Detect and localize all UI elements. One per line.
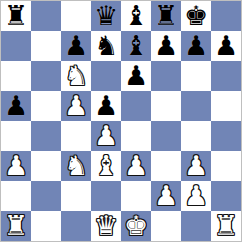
white-pawn-piece[interactable]: ♟ (154, 181, 178, 211)
square-h4[interactable] (211, 121, 241, 151)
square-c1[interactable] (61, 211, 91, 241)
square-c5[interactable]: ♟ (61, 91, 91, 121)
square-f7[interactable]: ♟ (151, 31, 181, 61)
white-pawn-piece[interactable]: ♟ (94, 121, 118, 151)
square-f6[interactable] (151, 61, 181, 91)
white-pawn-piece[interactable]: ♟ (4, 151, 28, 181)
square-c3[interactable]: ♞ (61, 151, 91, 181)
white-queen-piece[interactable]: ♛ (94, 211, 118, 241)
square-e2[interactable] (121, 181, 151, 211)
square-d5[interactable]: ♟ (91, 91, 121, 121)
square-g4[interactable] (181, 121, 211, 151)
square-d4[interactable]: ♟ (91, 121, 121, 151)
square-e3[interactable]: ♟ (121, 151, 151, 181)
square-d2[interactable] (91, 181, 121, 211)
white-pawn-piece[interactable]: ♟ (64, 91, 88, 121)
black-pawn-piece[interactable]: ♟ (64, 31, 88, 61)
square-b7[interactable] (31, 31, 61, 61)
white-rook-piece[interactable]: ♜ (214, 211, 238, 241)
square-h6[interactable] (211, 61, 241, 91)
square-a7[interactable] (1, 31, 31, 61)
square-a1[interactable]: ♜ (1, 211, 31, 241)
black-pawn-piece[interactable]: ♟ (4, 91, 28, 121)
square-d8[interactable]: ♛ (91, 1, 121, 31)
square-b4[interactable] (31, 121, 61, 151)
square-d3[interactable]: ♝ (91, 151, 121, 181)
square-g2[interactable]: ♟ (181, 181, 211, 211)
black-pawn-piece[interactable]: ♟ (124, 61, 148, 91)
square-e5[interactable] (121, 91, 151, 121)
white-rook-piece[interactable]: ♜ (4, 211, 28, 241)
square-a5[interactable]: ♟ (1, 91, 31, 121)
square-g7[interactable]: ♟ (181, 31, 211, 61)
square-b3[interactable] (31, 151, 61, 181)
square-g5[interactable] (181, 91, 211, 121)
black-knight-piece[interactable]: ♞ (94, 31, 118, 61)
square-f1[interactable] (151, 211, 181, 241)
square-e4[interactable] (121, 121, 151, 151)
white-pawn-piece[interactable]: ♟ (184, 151, 208, 181)
chess-board: ♜♛♝♜♚♟♞♝♟♟♟♞♟♟♟♟♟♟♞♝♟♟♟♟♜♛♚♜ (0, 0, 242, 242)
square-c4[interactable] (61, 121, 91, 151)
square-f3[interactable] (151, 151, 181, 181)
square-e7[interactable]: ♝ (121, 31, 151, 61)
white-bishop-piece[interactable]: ♝ (94, 151, 118, 181)
square-b5[interactable] (31, 91, 61, 121)
square-f2[interactable]: ♟ (151, 181, 181, 211)
square-e6[interactable]: ♟ (121, 61, 151, 91)
white-king-piece[interactable]: ♚ (124, 211, 148, 241)
black-king-piece[interactable]: ♚ (184, 1, 208, 31)
square-d1[interactable]: ♛ (91, 211, 121, 241)
square-c6[interactable]: ♞ (61, 61, 91, 91)
black-pawn-piece[interactable]: ♟ (154, 31, 178, 61)
square-e8[interactable]: ♝ (121, 1, 151, 31)
square-d6[interactable] (91, 61, 121, 91)
white-knight-piece[interactable]: ♞ (64, 61, 88, 91)
square-c8[interactable] (61, 1, 91, 31)
square-e1[interactable]: ♚ (121, 211, 151, 241)
square-b1[interactable] (31, 211, 61, 241)
square-d7[interactable]: ♞ (91, 31, 121, 61)
square-g6[interactable] (181, 61, 211, 91)
square-f5[interactable] (151, 91, 181, 121)
square-a3[interactable]: ♟ (1, 151, 31, 181)
square-f8[interactable]: ♜ (151, 1, 181, 31)
square-h2[interactable] (211, 181, 241, 211)
black-pawn-piece[interactable]: ♟ (214, 31, 238, 61)
square-f4[interactable] (151, 121, 181, 151)
black-bishop-piece[interactable]: ♝ (124, 31, 148, 61)
black-pawn-piece[interactable]: ♟ (94, 91, 118, 121)
square-g8[interactable]: ♚ (181, 1, 211, 31)
square-b8[interactable] (31, 1, 61, 31)
square-h1[interactable]: ♜ (211, 211, 241, 241)
white-pawn-piece[interactable]: ♟ (184, 181, 208, 211)
black-rook-piece[interactable]: ♜ (154, 1, 178, 31)
square-c7[interactable]: ♟ (61, 31, 91, 61)
square-g3[interactable]: ♟ (181, 151, 211, 181)
black-rook-piece[interactable]: ♜ (4, 1, 28, 31)
black-queen-piece[interactable]: ♛ (94, 1, 118, 31)
square-a6[interactable] (1, 61, 31, 91)
square-a4[interactable] (1, 121, 31, 151)
square-h5[interactable] (211, 91, 241, 121)
white-knight-piece[interactable]: ♞ (64, 151, 88, 181)
square-c2[interactable] (61, 181, 91, 211)
square-b6[interactable] (31, 61, 61, 91)
square-h3[interactable] (211, 151, 241, 181)
black-pawn-piece[interactable]: ♟ (184, 31, 208, 61)
square-b2[interactable] (31, 181, 61, 211)
square-a8[interactable]: ♜ (1, 1, 31, 31)
square-h7[interactable]: ♟ (211, 31, 241, 61)
square-a2[interactable] (1, 181, 31, 211)
white-pawn-piece[interactable]: ♟ (124, 151, 148, 181)
square-g1[interactable] (181, 211, 211, 241)
square-h8[interactable] (211, 1, 241, 31)
black-bishop-piece[interactable]: ♝ (124, 1, 148, 31)
